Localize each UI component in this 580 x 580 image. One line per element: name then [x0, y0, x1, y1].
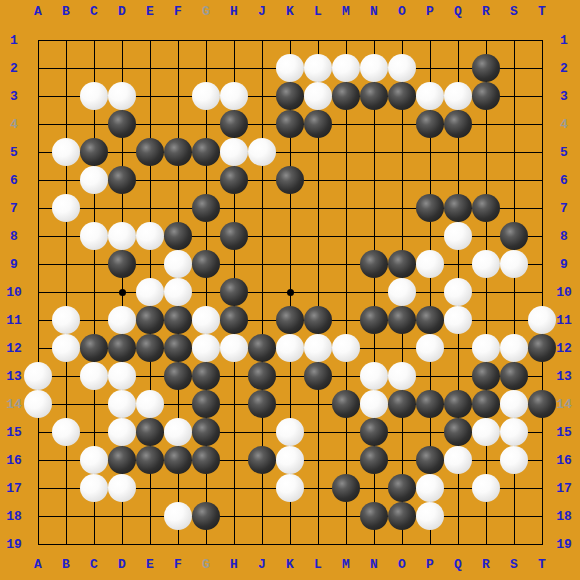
intersection-D13[interactable] [108, 362, 136, 390]
intersection-C7[interactable] [80, 194, 108, 222]
intersection-G12[interactable] [192, 334, 220, 362]
intersection-P3[interactable] [416, 82, 444, 110]
intersection-B11[interactable] [52, 306, 80, 334]
intersection-B1[interactable] [52, 26, 80, 54]
intersection-T6[interactable] [528, 166, 556, 194]
intersection-S7[interactable] [500, 194, 528, 222]
intersection-J10[interactable] [248, 278, 276, 306]
intersection-A2[interactable] [24, 54, 52, 82]
intersection-M2[interactable] [332, 54, 360, 82]
intersection-A8[interactable] [24, 222, 52, 250]
intersection-P6[interactable] [416, 166, 444, 194]
intersection-C13[interactable] [80, 362, 108, 390]
intersection-F17[interactable] [164, 474, 192, 502]
intersection-M19[interactable] [332, 530, 360, 558]
intersection-B16[interactable] [52, 446, 80, 474]
intersection-H15[interactable] [220, 418, 248, 446]
intersection-K12[interactable] [276, 334, 304, 362]
intersection-A5[interactable] [24, 138, 52, 166]
intersection-M10[interactable] [332, 278, 360, 306]
intersection-E5[interactable] [136, 138, 164, 166]
intersection-D17[interactable] [108, 474, 136, 502]
intersection-J8[interactable] [248, 222, 276, 250]
intersection-L7[interactable] [304, 194, 332, 222]
intersection-B19[interactable] [52, 530, 80, 558]
intersection-A14[interactable] [24, 390, 52, 418]
intersection-C5[interactable] [80, 138, 108, 166]
intersection-H8[interactable] [220, 222, 248, 250]
intersection-S5[interactable] [500, 138, 528, 166]
intersection-Q18[interactable] [444, 502, 472, 530]
intersection-C4[interactable] [80, 110, 108, 138]
intersection-D19[interactable] [108, 530, 136, 558]
intersection-D1[interactable] [108, 26, 136, 54]
intersection-S12[interactable] [500, 334, 528, 362]
intersection-P10[interactable] [416, 278, 444, 306]
intersection-G16[interactable] [192, 446, 220, 474]
intersection-G4[interactable] [192, 110, 220, 138]
intersection-N10[interactable] [360, 278, 388, 306]
intersection-H2[interactable] [220, 54, 248, 82]
intersection-E6[interactable] [136, 166, 164, 194]
intersection-R18[interactable] [472, 502, 500, 530]
intersection-E3[interactable] [136, 82, 164, 110]
intersection-R7[interactable] [472, 194, 500, 222]
intersection-T3[interactable] [528, 82, 556, 110]
intersection-R16[interactable] [472, 446, 500, 474]
intersection-O4[interactable] [388, 110, 416, 138]
intersection-N9[interactable] [360, 250, 388, 278]
intersection-L4[interactable] [304, 110, 332, 138]
intersection-A16[interactable] [24, 446, 52, 474]
intersection-R5[interactable] [472, 138, 500, 166]
intersection-L10[interactable] [304, 278, 332, 306]
intersection-S10[interactable] [500, 278, 528, 306]
intersection-R9[interactable] [472, 250, 500, 278]
intersection-J6[interactable] [248, 166, 276, 194]
intersection-R8[interactable] [472, 222, 500, 250]
intersection-M17[interactable] [332, 474, 360, 502]
intersection-G18[interactable] [192, 502, 220, 530]
intersection-A1[interactable] [24, 26, 52, 54]
intersection-E9[interactable] [136, 250, 164, 278]
intersection-G14[interactable] [192, 390, 220, 418]
intersection-F2[interactable] [164, 54, 192, 82]
intersection-C14[interactable] [80, 390, 108, 418]
intersection-J1[interactable] [248, 26, 276, 54]
intersection-N13[interactable] [360, 362, 388, 390]
intersection-N3[interactable] [360, 82, 388, 110]
intersection-O15[interactable] [388, 418, 416, 446]
intersection-P8[interactable] [416, 222, 444, 250]
intersection-G15[interactable] [192, 418, 220, 446]
intersection-S6[interactable] [500, 166, 528, 194]
intersection-H9[interactable] [220, 250, 248, 278]
intersection-G19[interactable] [192, 530, 220, 558]
intersection-S9[interactable] [500, 250, 528, 278]
intersection-F13[interactable] [164, 362, 192, 390]
board-grid[interactable] [24, 26, 556, 558]
intersection-Q4[interactable] [444, 110, 472, 138]
intersection-J19[interactable] [248, 530, 276, 558]
intersection-K13[interactable] [276, 362, 304, 390]
intersection-P2[interactable] [416, 54, 444, 82]
intersection-K18[interactable] [276, 502, 304, 530]
intersection-E17[interactable] [136, 474, 164, 502]
intersection-O17[interactable] [388, 474, 416, 502]
intersection-Q11[interactable] [444, 306, 472, 334]
intersection-A10[interactable] [24, 278, 52, 306]
intersection-G8[interactable] [192, 222, 220, 250]
intersection-J4[interactable] [248, 110, 276, 138]
intersection-C8[interactable] [80, 222, 108, 250]
intersection-E11[interactable] [136, 306, 164, 334]
intersection-M9[interactable] [332, 250, 360, 278]
intersection-H10[interactable] [220, 278, 248, 306]
intersection-L9[interactable] [304, 250, 332, 278]
intersection-H5[interactable] [220, 138, 248, 166]
intersection-T7[interactable] [528, 194, 556, 222]
intersection-E13[interactable] [136, 362, 164, 390]
intersection-Q3[interactable] [444, 82, 472, 110]
intersection-P11[interactable] [416, 306, 444, 334]
intersection-D7[interactable] [108, 194, 136, 222]
intersection-T17[interactable] [528, 474, 556, 502]
intersection-E10[interactable] [136, 278, 164, 306]
intersection-J9[interactable] [248, 250, 276, 278]
intersection-T1[interactable] [528, 26, 556, 54]
intersection-O2[interactable] [388, 54, 416, 82]
intersection-R1[interactable] [472, 26, 500, 54]
intersection-Q17[interactable] [444, 474, 472, 502]
intersection-J5[interactable] [248, 138, 276, 166]
intersection-S3[interactable] [500, 82, 528, 110]
intersection-B15[interactable] [52, 418, 80, 446]
intersection-B7[interactable] [52, 194, 80, 222]
intersection-C16[interactable] [80, 446, 108, 474]
intersection-S14[interactable] [500, 390, 528, 418]
intersection-R10[interactable] [472, 278, 500, 306]
intersection-N14[interactable] [360, 390, 388, 418]
intersection-F19[interactable] [164, 530, 192, 558]
intersection-K14[interactable] [276, 390, 304, 418]
intersection-D6[interactable] [108, 166, 136, 194]
intersection-L6[interactable] [304, 166, 332, 194]
intersection-H3[interactable] [220, 82, 248, 110]
intersection-Q15[interactable] [444, 418, 472, 446]
intersection-G11[interactable] [192, 306, 220, 334]
intersection-M12[interactable] [332, 334, 360, 362]
intersection-L8[interactable] [304, 222, 332, 250]
intersection-T5[interactable] [528, 138, 556, 166]
intersection-F9[interactable] [164, 250, 192, 278]
intersection-B4[interactable] [52, 110, 80, 138]
intersection-D8[interactable] [108, 222, 136, 250]
intersection-Q6[interactable] [444, 166, 472, 194]
intersection-J18[interactable] [248, 502, 276, 530]
intersection-H1[interactable] [220, 26, 248, 54]
intersection-G13[interactable] [192, 362, 220, 390]
intersection-O9[interactable] [388, 250, 416, 278]
intersection-F4[interactable] [164, 110, 192, 138]
intersection-O11[interactable] [388, 306, 416, 334]
intersection-E19[interactable] [136, 530, 164, 558]
intersection-H18[interactable] [220, 502, 248, 530]
intersection-O13[interactable] [388, 362, 416, 390]
intersection-E8[interactable] [136, 222, 164, 250]
intersection-G7[interactable] [192, 194, 220, 222]
intersection-Q7[interactable] [444, 194, 472, 222]
intersection-P19[interactable] [416, 530, 444, 558]
intersection-N5[interactable] [360, 138, 388, 166]
intersection-S13[interactable] [500, 362, 528, 390]
intersection-O16[interactable] [388, 446, 416, 474]
intersection-F14[interactable] [164, 390, 192, 418]
intersection-E12[interactable] [136, 334, 164, 362]
intersection-H16[interactable] [220, 446, 248, 474]
intersection-T13[interactable] [528, 362, 556, 390]
intersection-H12[interactable] [220, 334, 248, 362]
intersection-B2[interactable] [52, 54, 80, 82]
intersection-B3[interactable] [52, 82, 80, 110]
intersection-D12[interactable] [108, 334, 136, 362]
intersection-K6[interactable] [276, 166, 304, 194]
intersection-B8[interactable] [52, 222, 80, 250]
intersection-Q8[interactable] [444, 222, 472, 250]
intersection-C10[interactable] [80, 278, 108, 306]
intersection-E14[interactable] [136, 390, 164, 418]
intersection-T19[interactable] [528, 530, 556, 558]
intersection-T12[interactable] [528, 334, 556, 362]
intersection-S8[interactable] [500, 222, 528, 250]
intersection-G17[interactable] [192, 474, 220, 502]
intersection-G10[interactable] [192, 278, 220, 306]
intersection-H7[interactable] [220, 194, 248, 222]
intersection-F10[interactable] [164, 278, 192, 306]
intersection-B6[interactable] [52, 166, 80, 194]
intersection-L19[interactable] [304, 530, 332, 558]
intersection-L5[interactable] [304, 138, 332, 166]
intersection-M14[interactable] [332, 390, 360, 418]
intersection-C2[interactable] [80, 54, 108, 82]
intersection-K19[interactable] [276, 530, 304, 558]
intersection-S16[interactable] [500, 446, 528, 474]
intersection-C11[interactable] [80, 306, 108, 334]
intersection-F7[interactable] [164, 194, 192, 222]
intersection-N12[interactable] [360, 334, 388, 362]
intersection-S2[interactable] [500, 54, 528, 82]
intersection-P14[interactable] [416, 390, 444, 418]
intersection-N1[interactable] [360, 26, 388, 54]
intersection-P17[interactable] [416, 474, 444, 502]
intersection-P5[interactable] [416, 138, 444, 166]
intersection-A3[interactable] [24, 82, 52, 110]
intersection-M13[interactable] [332, 362, 360, 390]
intersection-J16[interactable] [248, 446, 276, 474]
intersection-C19[interactable] [80, 530, 108, 558]
intersection-S19[interactable] [500, 530, 528, 558]
intersection-E7[interactable] [136, 194, 164, 222]
intersection-J11[interactable] [248, 306, 276, 334]
intersection-A7[interactable] [24, 194, 52, 222]
intersection-S17[interactable] [500, 474, 528, 502]
intersection-O7[interactable] [388, 194, 416, 222]
intersection-P9[interactable] [416, 250, 444, 278]
intersection-L2[interactable] [304, 54, 332, 82]
intersection-L12[interactable] [304, 334, 332, 362]
intersection-R17[interactable] [472, 474, 500, 502]
intersection-O3[interactable] [388, 82, 416, 110]
intersection-N2[interactable] [360, 54, 388, 82]
intersection-D11[interactable] [108, 306, 136, 334]
intersection-T2[interactable] [528, 54, 556, 82]
intersection-Q5[interactable] [444, 138, 472, 166]
intersection-Q16[interactable] [444, 446, 472, 474]
intersection-C18[interactable] [80, 502, 108, 530]
intersection-K4[interactable] [276, 110, 304, 138]
intersection-H13[interactable] [220, 362, 248, 390]
intersection-L3[interactable] [304, 82, 332, 110]
intersection-T10[interactable] [528, 278, 556, 306]
intersection-J13[interactable] [248, 362, 276, 390]
intersection-J17[interactable] [248, 474, 276, 502]
intersection-A11[interactable] [24, 306, 52, 334]
intersection-G9[interactable] [192, 250, 220, 278]
intersection-J15[interactable] [248, 418, 276, 446]
intersection-N15[interactable] [360, 418, 388, 446]
intersection-P18[interactable] [416, 502, 444, 530]
intersection-T8[interactable] [528, 222, 556, 250]
intersection-T9[interactable] [528, 250, 556, 278]
intersection-K15[interactable] [276, 418, 304, 446]
intersection-D15[interactable] [108, 418, 136, 446]
intersection-D10[interactable] [108, 278, 136, 306]
intersection-T18[interactable] [528, 502, 556, 530]
intersection-J14[interactable] [248, 390, 276, 418]
intersection-A9[interactable] [24, 250, 52, 278]
intersection-B9[interactable] [52, 250, 80, 278]
intersection-N18[interactable] [360, 502, 388, 530]
intersection-B10[interactable] [52, 278, 80, 306]
intersection-P12[interactable] [416, 334, 444, 362]
intersection-C9[interactable] [80, 250, 108, 278]
intersection-A15[interactable] [24, 418, 52, 446]
intersection-E2[interactable] [136, 54, 164, 82]
intersection-A6[interactable] [24, 166, 52, 194]
intersection-H4[interactable] [220, 110, 248, 138]
intersection-K11[interactable] [276, 306, 304, 334]
intersection-P4[interactable] [416, 110, 444, 138]
intersection-S4[interactable] [500, 110, 528, 138]
intersection-O14[interactable] [388, 390, 416, 418]
intersection-F12[interactable] [164, 334, 192, 362]
intersection-L15[interactable] [304, 418, 332, 446]
intersection-E4[interactable] [136, 110, 164, 138]
intersection-Q14[interactable] [444, 390, 472, 418]
intersection-H14[interactable] [220, 390, 248, 418]
intersection-K3[interactable] [276, 82, 304, 110]
intersection-K2[interactable] [276, 54, 304, 82]
intersection-Q10[interactable] [444, 278, 472, 306]
intersection-B17[interactable] [52, 474, 80, 502]
intersection-L16[interactable] [304, 446, 332, 474]
intersection-L13[interactable] [304, 362, 332, 390]
intersection-C15[interactable] [80, 418, 108, 446]
intersection-O12[interactable] [388, 334, 416, 362]
intersection-G1[interactable] [192, 26, 220, 54]
intersection-A12[interactable] [24, 334, 52, 362]
intersection-O8[interactable] [388, 222, 416, 250]
intersection-M18[interactable] [332, 502, 360, 530]
intersection-P15[interactable] [416, 418, 444, 446]
intersection-D14[interactable] [108, 390, 136, 418]
intersection-F15[interactable] [164, 418, 192, 446]
intersection-L14[interactable] [304, 390, 332, 418]
intersection-D9[interactable] [108, 250, 136, 278]
intersection-C17[interactable] [80, 474, 108, 502]
intersection-G5[interactable] [192, 138, 220, 166]
intersection-N7[interactable] [360, 194, 388, 222]
intersection-M11[interactable] [332, 306, 360, 334]
intersection-L18[interactable] [304, 502, 332, 530]
intersection-N19[interactable] [360, 530, 388, 558]
intersection-N4[interactable] [360, 110, 388, 138]
intersection-J7[interactable] [248, 194, 276, 222]
intersection-F8[interactable] [164, 222, 192, 250]
intersection-H19[interactable] [220, 530, 248, 558]
intersection-R12[interactable] [472, 334, 500, 362]
intersection-F1[interactable] [164, 26, 192, 54]
intersection-T16[interactable] [528, 446, 556, 474]
intersection-O18[interactable] [388, 502, 416, 530]
intersection-B5[interactable] [52, 138, 80, 166]
intersection-L17[interactable] [304, 474, 332, 502]
intersection-R15[interactable] [472, 418, 500, 446]
intersection-K17[interactable] [276, 474, 304, 502]
intersection-P1[interactable] [416, 26, 444, 54]
intersection-T15[interactable] [528, 418, 556, 446]
intersection-G6[interactable] [192, 166, 220, 194]
intersection-R2[interactable] [472, 54, 500, 82]
intersection-C1[interactable] [80, 26, 108, 54]
intersection-B14[interactable] [52, 390, 80, 418]
intersection-K5[interactable] [276, 138, 304, 166]
intersection-M1[interactable] [332, 26, 360, 54]
intersection-A4[interactable] [24, 110, 52, 138]
intersection-O10[interactable] [388, 278, 416, 306]
intersection-T14[interactable] [528, 390, 556, 418]
intersection-N16[interactable] [360, 446, 388, 474]
intersection-F16[interactable] [164, 446, 192, 474]
intersection-Q2[interactable] [444, 54, 472, 82]
intersection-P7[interactable] [416, 194, 444, 222]
intersection-F18[interactable] [164, 502, 192, 530]
intersection-R14[interactable] [472, 390, 500, 418]
intersection-J2[interactable] [248, 54, 276, 82]
intersection-S15[interactable] [500, 418, 528, 446]
intersection-D3[interactable] [108, 82, 136, 110]
intersection-Q9[interactable] [444, 250, 472, 278]
intersection-B12[interactable] [52, 334, 80, 362]
intersection-Q1[interactable] [444, 26, 472, 54]
intersection-P13[interactable] [416, 362, 444, 390]
intersection-K1[interactable] [276, 26, 304, 54]
intersection-D16[interactable] [108, 446, 136, 474]
intersection-G3[interactable] [192, 82, 220, 110]
intersection-M15[interactable] [332, 418, 360, 446]
intersection-K8[interactable] [276, 222, 304, 250]
intersection-T11[interactable] [528, 306, 556, 334]
